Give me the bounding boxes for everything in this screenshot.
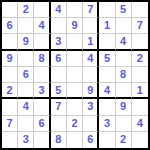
cell-r5c3-empty[interactable] [34, 67, 50, 83]
cell-r1c5-empty[interactable] [67, 2, 83, 18]
cell-r3c2-given: 9 [18, 34, 34, 50]
cell-r2c6-empty[interactable] [83, 18, 99, 34]
cell-r5c7-empty[interactable] [99, 67, 115, 83]
cell-r4c6-given: 4 [83, 51, 99, 67]
cell-r3c6-given: 1 [83, 34, 99, 50]
cell-r5c6-empty[interactable] [83, 67, 99, 83]
cell-r5c5-empty[interactable] [67, 67, 83, 83]
cell-r8c5-given: 2 [67, 116, 83, 132]
cell-r9c1-empty[interactable] [2, 132, 18, 148]
sudoku-board: 2475649179314986452682359414739762343862 [0, 0, 150, 150]
cell-r6c5-empty[interactable] [67, 83, 83, 99]
cell-r3c1-empty[interactable] [2, 34, 18, 50]
cell-r7c5-empty[interactable] [67, 99, 83, 115]
cell-r9c2-given: 3 [18, 132, 34, 148]
cell-r5c8-given: 8 [116, 67, 132, 83]
cell-r7c3-empty[interactable] [34, 99, 50, 115]
cell-r7c2-given: 4 [18, 99, 34, 115]
cell-r2c7-given: 1 [99, 18, 115, 34]
cell-r8c4-empty[interactable] [51, 116, 67, 132]
cell-r9c3-empty[interactable] [34, 132, 50, 148]
cell-r8c7-given: 3 [99, 116, 115, 132]
cell-r7c1-empty[interactable] [2, 99, 18, 115]
cell-r6c9-given: 1 [132, 83, 148, 99]
cell-r7c7-empty[interactable] [99, 99, 115, 115]
cell-r5c9-empty[interactable] [132, 67, 148, 83]
cell-r3c8-given: 4 [116, 34, 132, 50]
cell-r1c7-empty[interactable] [99, 2, 115, 18]
cell-r9c5-empty[interactable] [67, 132, 83, 148]
cell-r6c2-empty[interactable] [18, 83, 34, 99]
cell-r9c7-empty[interactable] [99, 132, 115, 148]
cell-r2c5-given: 9 [67, 18, 83, 34]
cell-r8c1-given: 7 [2, 116, 18, 132]
cell-r8c6-empty[interactable] [83, 116, 99, 132]
cell-r9c9-empty[interactable] [132, 132, 148, 148]
cell-r4c7-given: 5 [99, 51, 115, 67]
cell-r6c6-given: 9 [83, 83, 99, 99]
cell-r7c9-empty[interactable] [132, 99, 148, 115]
cell-r4c3-given: 8 [34, 51, 50, 67]
cell-r1c4-given: 4 [51, 2, 67, 18]
cell-r8c9-given: 4 [132, 116, 148, 132]
cell-r2c2-empty[interactable] [18, 18, 34, 34]
cell-r4c1-given: 9 [2, 51, 18, 67]
cell-r6c3-given: 3 [34, 83, 50, 99]
cell-r5c1-empty[interactable] [2, 67, 18, 83]
cell-r4c5-empty[interactable] [67, 51, 83, 67]
cell-r3c9-empty[interactable] [132, 34, 148, 50]
cell-r4c4-given: 6 [51, 51, 67, 67]
cell-r3c3-empty[interactable] [34, 34, 50, 50]
cell-r9c4-given: 8 [51, 132, 67, 148]
cell-r2c9-given: 7 [132, 18, 148, 34]
cell-r8c3-given: 6 [34, 116, 50, 132]
cell-r2c4-empty[interactable] [51, 18, 67, 34]
cell-r1c6-given: 7 [83, 2, 99, 18]
cell-r4c2-empty[interactable] [18, 51, 34, 67]
cell-r1c8-given: 5 [116, 2, 132, 18]
cell-r3c7-empty[interactable] [99, 34, 115, 50]
cell-r5c2-given: 6 [18, 67, 34, 83]
cell-r9c6-given: 6 [83, 132, 99, 148]
cell-r4c8-empty[interactable] [116, 51, 132, 67]
cell-r6c4-given: 5 [51, 83, 67, 99]
cell-r1c3-empty[interactable] [34, 2, 50, 18]
cell-r8c8-empty[interactable] [116, 116, 132, 132]
cell-r3c5-empty[interactable] [67, 34, 83, 50]
cell-r6c1-given: 2 [2, 83, 18, 99]
cell-r7c6-given: 3 [83, 99, 99, 115]
cell-r2c3-given: 4 [34, 18, 50, 34]
cell-r5c4-empty[interactable] [51, 67, 67, 83]
cell-r2c8-empty[interactable] [116, 18, 132, 34]
cell-r9c8-given: 2 [116, 132, 132, 148]
cell-r2c1-given: 6 [2, 18, 18, 34]
cell-r7c8-given: 9 [116, 99, 132, 115]
cell-r1c1-empty[interactable] [2, 2, 18, 18]
cell-r1c2-given: 2 [18, 2, 34, 18]
cell-r4c9-given: 2 [132, 51, 148, 67]
cell-r8c2-empty[interactable] [18, 116, 34, 132]
cell-r6c7-given: 4 [99, 83, 115, 99]
cell-r6c8-empty[interactable] [116, 83, 132, 99]
cell-r3c4-given: 3 [51, 34, 67, 50]
cell-r1c9-empty[interactable] [132, 2, 148, 18]
cell-r7c4-given: 7 [51, 99, 67, 115]
